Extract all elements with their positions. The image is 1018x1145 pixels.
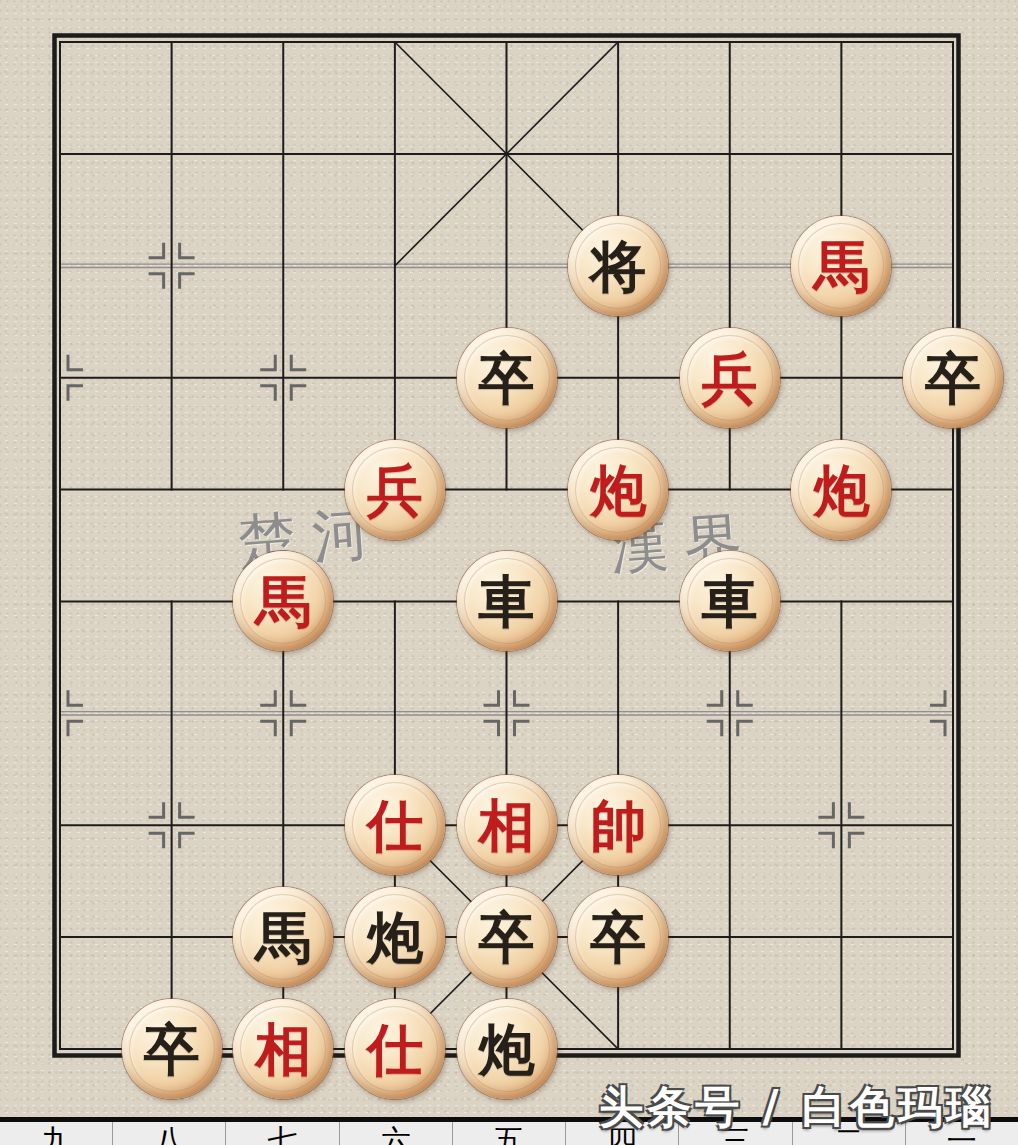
xiangqi-board-screenshot: 楚河 漢界 将馬卒兵卒兵炮炮馬車車仕相帥馬炮卒卒卒相仕炮 头条号 / 白色玛瑙 … <box>0 0 1018 1145</box>
black-soldier-piece[interactable]: 卒 <box>457 887 557 987</box>
black-cannon-piece[interactable]: 炮 <box>345 887 445 987</box>
file-label: 八 <box>113 1122 226 1145</box>
red-horse-piece[interactable]: 馬 <box>791 216 891 316</box>
red-cannon-piece[interactable]: 炮 <box>791 440 891 540</box>
red-soldier-piece[interactable]: 兵 <box>680 328 780 428</box>
watermark-text: 头条号 / 白色玛瑙 <box>599 1078 994 1137</box>
black-soldier-piece[interactable]: 卒 <box>568 887 668 987</box>
black-chariot-piece[interactable]: 車 <box>457 551 557 651</box>
red-horse-piece[interactable]: 馬 <box>233 551 333 651</box>
file-label: 六 <box>340 1122 453 1145</box>
red-elephant-piece[interactable]: 相 <box>233 999 333 1099</box>
black-soldier-piece[interactable]: 卒 <box>457 328 557 428</box>
red-general-piece[interactable]: 帥 <box>568 775 668 875</box>
red-soldier-piece[interactable]: 兵 <box>345 440 445 540</box>
file-label: 九 <box>0 1122 113 1145</box>
black-soldier-piece[interactable]: 卒 <box>903 328 1003 428</box>
red-cannon-piece[interactable]: 炮 <box>568 440 668 540</box>
black-horse-piece[interactable]: 馬 <box>233 887 333 987</box>
black-soldier-piece[interactable]: 卒 <box>122 999 222 1099</box>
file-label: 七 <box>226 1122 339 1145</box>
red-advisor-piece[interactable]: 仕 <box>345 999 445 1099</box>
red-advisor-piece[interactable]: 仕 <box>345 775 445 875</box>
red-elephant-piece[interactable]: 相 <box>457 775 557 875</box>
file-label: 五 <box>453 1122 566 1145</box>
black-chariot-piece[interactable]: 車 <box>680 551 780 651</box>
black-cannon-piece[interactable]: 炮 <box>457 999 557 1099</box>
black-general-piece[interactable]: 将 <box>568 216 668 316</box>
